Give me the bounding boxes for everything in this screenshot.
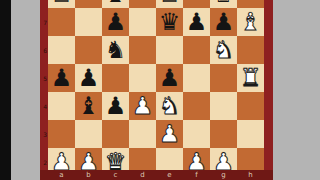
- square-e4[interactable]: ♞: [156, 92, 183, 120]
- file-label-h: h: [246, 171, 256, 180]
- square-e5[interactable]: ♟: [156, 64, 183, 92]
- square-c8[interactable]: ♝: [102, 0, 129, 8]
- square-g7[interactable]: ♟: [210, 8, 237, 36]
- square-c3[interactable]: [102, 120, 129, 148]
- square-f4[interactable]: [183, 92, 210, 120]
- file-label-f: f: [192, 171, 202, 180]
- square-f5[interactable]: [183, 64, 210, 92]
- square-f7[interactable]: ♟: [183, 8, 210, 36]
- square-b5[interactable]: ♟: [75, 64, 102, 92]
- piece-black-pawn-c7[interactable]: ♟: [102, 8, 129, 36]
- square-a3[interactable]: [48, 120, 75, 148]
- piece-black-pawn-g7[interactable]: ♟: [210, 8, 237, 36]
- square-b8[interactable]: [75, 0, 102, 8]
- square-e6[interactable]: [156, 36, 183, 64]
- square-h8[interactable]: [237, 0, 264, 8]
- square-a8[interactable]: ♜: [48, 0, 75, 8]
- file-label-strip: abcdefgh: [40, 170, 273, 180]
- square-d6[interactable]: [129, 36, 156, 64]
- square-d5[interactable]: [129, 64, 156, 92]
- square-f6[interactable]: [183, 36, 210, 64]
- piece-black-rook-a8[interactable]: ♜: [48, 0, 75, 8]
- piece-black-rook-e8[interactable]: ♜: [156, 0, 183, 8]
- square-c7[interactable]: ♟: [102, 8, 129, 36]
- file-label-e: e: [165, 171, 175, 180]
- square-e8[interactable]: ♜: [156, 0, 183, 8]
- piece-white-rook-h5[interactable]: ♜: [237, 64, 264, 92]
- chess-board[interactable]: ♜♝♜♚♟♛♟♟♝♞♞♟♟♟♜♝♟♟♞♟♟♟♛♟♟♝♜♚: [48, 0, 264, 180]
- rank-label-6: 6: [40, 47, 47, 54]
- video-frame: ♜♝♜♚♟♛♟♟♝♞♞♟♟♟♜♝♟♟♞♟♟♟♛♟♟♝♜♚ 87654321 ab…: [0, 0, 320, 180]
- rank-label-3: 3: [40, 131, 47, 138]
- square-g8[interactable]: ♚: [210, 0, 237, 8]
- square-b3[interactable]: [75, 120, 102, 148]
- square-a6[interactable]: [48, 36, 75, 64]
- piece-black-pawn-a5[interactable]: ♟: [48, 64, 75, 92]
- file-label-b: b: [84, 171, 94, 180]
- piece-black-pawn-c4[interactable]: ♟: [102, 92, 129, 120]
- square-c4[interactable]: ♟: [102, 92, 129, 120]
- square-d4[interactable]: ♟: [129, 92, 156, 120]
- square-e3[interactable]: ♟: [156, 120, 183, 148]
- square-a5[interactable]: ♟: [48, 64, 75, 92]
- piece-black-bishop-c8[interactable]: ♝: [102, 0, 129, 8]
- piece-white-bishop-h7[interactable]: ♝: [237, 8, 264, 36]
- square-c5[interactable]: [102, 64, 129, 92]
- piece-white-knight-g6[interactable]: ♞: [210, 36, 237, 64]
- rank-label-4: 4: [40, 103, 47, 110]
- square-f8[interactable]: [183, 0, 210, 8]
- square-h4[interactable]: [237, 92, 264, 120]
- piece-black-queen-e7[interactable]: ♛: [156, 8, 183, 36]
- square-a4[interactable]: [48, 92, 75, 120]
- square-g4[interactable]: [210, 92, 237, 120]
- file-label-d: d: [138, 171, 148, 180]
- square-h5[interactable]: ♜: [237, 64, 264, 92]
- square-h6[interactable]: [237, 36, 264, 64]
- chess-diagram: ♜♝♜♚♟♛♟♟♝♞♞♟♟♟♜♝♟♟♞♟♟♟♛♟♟♝♜♚ 87654321 ab…: [40, 0, 273, 180]
- piece-white-pawn-e3[interactable]: ♟: [156, 120, 183, 148]
- square-a7[interactable]: [48, 8, 75, 36]
- black-letterbox-bar: [0, 0, 11, 180]
- piece-white-knight-e4[interactable]: ♞: [156, 92, 183, 120]
- square-d7[interactable]: [129, 8, 156, 36]
- file-label-g: g: [219, 171, 229, 180]
- square-e7[interactable]: ♛: [156, 8, 183, 36]
- square-c6[interactable]: ♞: [102, 36, 129, 64]
- square-h7[interactable]: ♝: [237, 8, 264, 36]
- square-g5[interactable]: [210, 64, 237, 92]
- square-d8[interactable]: [129, 0, 156, 8]
- square-g3[interactable]: [210, 120, 237, 148]
- piece-black-pawn-f7[interactable]: ♟: [183, 8, 210, 36]
- square-f3[interactable]: [183, 120, 210, 148]
- rank-label-5: 5: [40, 75, 47, 82]
- square-b7[interactable]: [75, 8, 102, 36]
- file-label-a: a: [57, 171, 67, 180]
- piece-black-pawn-b5[interactable]: ♟: [75, 64, 102, 92]
- square-d3[interactable]: [129, 120, 156, 148]
- rank-label-7: 7: [40, 19, 47, 26]
- piece-white-pawn-d4[interactable]: ♟: [129, 92, 156, 120]
- piece-black-pawn-e5[interactable]: ♟: [156, 64, 183, 92]
- piece-black-knight-c6[interactable]: ♞: [102, 36, 129, 64]
- square-g6[interactable]: ♞: [210, 36, 237, 64]
- square-h3[interactable]: [237, 120, 264, 148]
- file-label-c: c: [111, 171, 121, 180]
- piece-black-king-g8[interactable]: ♚: [210, 0, 237, 8]
- square-b4[interactable]: ♝: [75, 92, 102, 120]
- piece-black-bishop-b4[interactable]: ♝: [75, 92, 102, 120]
- rank-label-2: 2: [40, 159, 47, 166]
- square-b6[interactable]: [75, 36, 102, 64]
